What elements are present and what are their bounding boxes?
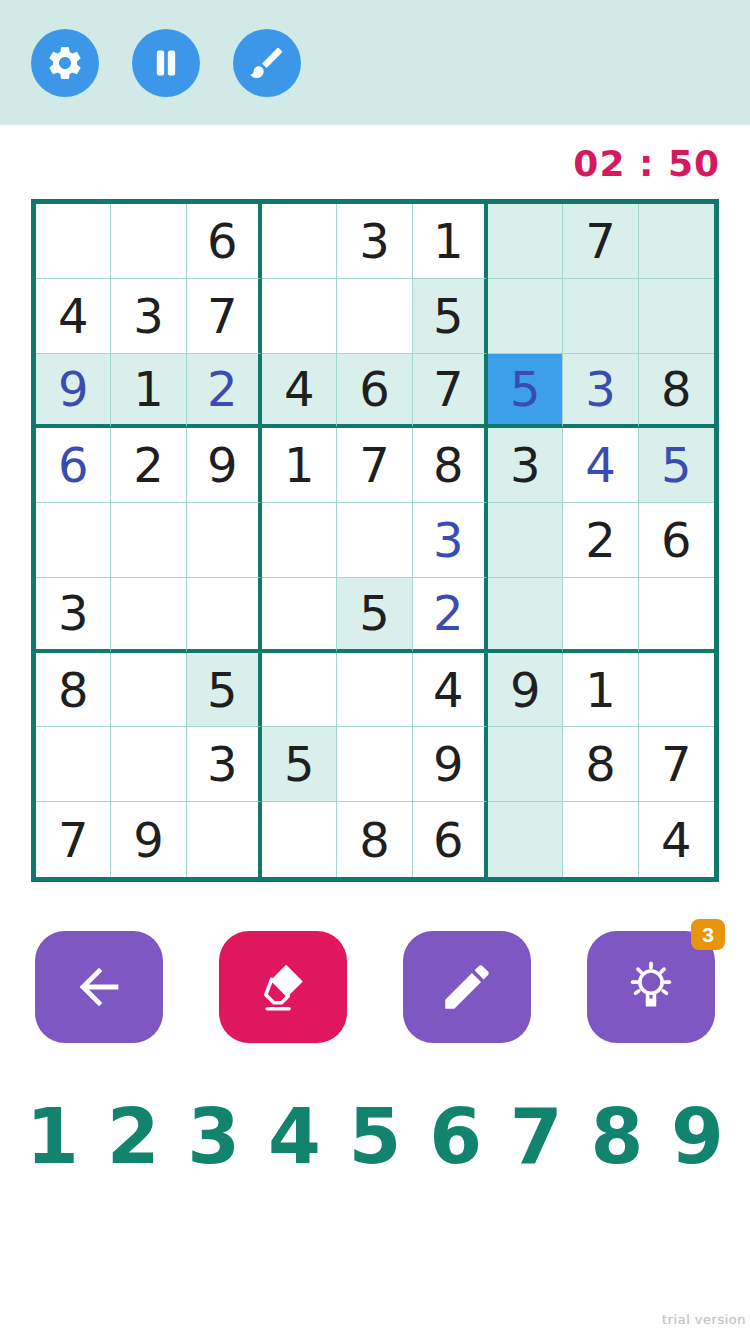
cell-r6c8[interactable] (563, 578, 638, 653)
cell-r6c2[interactable] (111, 578, 186, 653)
numpad-digit-7[interactable]: 7 (510, 1099, 563, 1175)
cell-r6c6[interactable]: 2 (413, 578, 488, 653)
cell-r1c7[interactable] (488, 204, 563, 279)
cell-r8c5[interactable] (337, 727, 412, 802)
cell-r9c3[interactable] (187, 802, 262, 877)
cell-r4c4[interactable]: 1 (262, 428, 337, 503)
cell-r3c6[interactable]: 7 (413, 354, 488, 429)
cell-r9c1[interactable]: 7 (36, 802, 111, 877)
paintbrush-icon (247, 43, 287, 83)
cell-r5c1[interactable] (36, 503, 111, 578)
cell-r5c2[interactable] (111, 503, 186, 578)
cell-r1c5[interactable]: 3 (337, 204, 412, 279)
settings-button[interactable] (31, 29, 99, 97)
cell-r1c8[interactable]: 7 (563, 204, 638, 279)
cell-r2c5[interactable] (337, 279, 412, 354)
lightbulb-icon (622, 958, 680, 1016)
cell-r8c9[interactable]: 7 (639, 727, 714, 802)
cell-r1c4[interactable] (262, 204, 337, 279)
cell-r9c7[interactable] (488, 802, 563, 877)
cell-r2c8[interactable] (563, 279, 638, 354)
cell-r3c1[interactable]: 9 (36, 354, 111, 429)
numpad-digit-4[interactable]: 4 (268, 1099, 321, 1175)
cell-r9c6[interactable]: 6 (413, 802, 488, 877)
cell-r2c7[interactable] (488, 279, 563, 354)
cell-r8c8[interactable]: 8 (563, 727, 638, 802)
cell-r2c6[interactable]: 5 (413, 279, 488, 354)
cell-r6c3[interactable] (187, 578, 262, 653)
cell-r7c8[interactable]: 1 (563, 653, 638, 728)
cell-r5c7[interactable] (488, 503, 563, 578)
cell-r4c8[interactable]: 4 (563, 428, 638, 503)
cell-r3c7[interactable]: 5 (488, 354, 563, 429)
pause-button[interactable] (132, 29, 200, 97)
eraser-icon (254, 958, 312, 1016)
cell-r7c2[interactable] (111, 653, 186, 728)
cell-r2c3[interactable]: 7 (187, 279, 262, 354)
cell-r1c3[interactable]: 6 (187, 204, 262, 279)
action-toolbar: 3 (0, 931, 750, 1043)
eraser-button[interactable] (219, 931, 347, 1043)
cell-r4c6[interactable]: 8 (413, 428, 488, 503)
cell-r9c8[interactable] (563, 802, 638, 877)
hint-count-badge: 3 (691, 919, 725, 950)
cell-r9c4[interactable] (262, 802, 337, 877)
cell-r2c9[interactable] (639, 279, 714, 354)
cell-r7c1[interactable]: 8 (36, 653, 111, 728)
cell-r7c3[interactable]: 5 (187, 653, 262, 728)
cell-r6c9[interactable] (639, 578, 714, 653)
cell-r9c2[interactable]: 9 (111, 802, 186, 877)
cell-r4c2[interactable]: 2 (111, 428, 186, 503)
cell-r3c4[interactable]: 4 (262, 354, 337, 429)
cell-r8c7[interactable] (488, 727, 563, 802)
undo-button[interactable] (35, 931, 163, 1043)
cell-r8c1[interactable] (36, 727, 111, 802)
timer-row: 02 : 50 (0, 125, 750, 199)
cell-r4c5[interactable]: 7 (337, 428, 412, 503)
cell-r5c3[interactable] (187, 503, 262, 578)
topbar (0, 0, 750, 125)
cell-r2c1[interactable]: 4 (36, 279, 111, 354)
cell-r5c8[interactable]: 2 (563, 503, 638, 578)
pencil-icon (438, 958, 496, 1016)
cell-r1c1[interactable] (36, 204, 111, 279)
cell-r8c3[interactable]: 3 (187, 727, 262, 802)
arrow-left-icon (70, 958, 128, 1016)
cell-r5c9[interactable]: 6 (639, 503, 714, 578)
cell-r4c3[interactable]: 9 (187, 428, 262, 503)
cell-r3c8[interactable]: 3 (563, 354, 638, 429)
cell-r7c9[interactable] (639, 653, 714, 728)
cell-r6c7[interactable] (488, 578, 563, 653)
numpad-digit-5[interactable]: 5 (349, 1099, 402, 1175)
cell-r7c6[interactable]: 4 (413, 653, 488, 728)
numpad-digit-8[interactable]: 8 (590, 1099, 643, 1175)
cell-r7c5[interactable] (337, 653, 412, 728)
cell-r9c5[interactable]: 8 (337, 802, 412, 877)
cell-r6c4[interactable] (262, 578, 337, 653)
cell-r1c6[interactable]: 1 (413, 204, 488, 279)
watermark: trial version (662, 1312, 746, 1327)
cell-r5c5[interactable] (337, 503, 412, 578)
cell-r3c3[interactable]: 2 (187, 354, 262, 429)
pause-icon (146, 43, 186, 83)
cell-r8c4[interactable]: 5 (262, 727, 337, 802)
cell-r5c6[interactable]: 3 (413, 503, 488, 578)
cell-r1c9[interactable] (639, 204, 714, 279)
notes-button[interactable] (403, 931, 531, 1043)
numpad-digit-1[interactable]: 1 (26, 1099, 79, 1175)
cell-r4c1[interactable]: 6 (36, 428, 111, 503)
cell-r8c6[interactable]: 9 (413, 727, 488, 802)
numpad-digit-3[interactable]: 3 (187, 1099, 240, 1175)
cell-r2c2[interactable]: 3 (111, 279, 186, 354)
numpad: 123456789 (0, 1099, 750, 1175)
cell-r7c7[interactable]: 9 (488, 653, 563, 728)
cell-r3c2[interactable]: 1 (111, 354, 186, 429)
numpad-digit-2[interactable]: 2 (107, 1099, 160, 1175)
hint-button[interactable]: 3 (587, 931, 715, 1043)
cell-r9c9[interactable]: 4 (639, 802, 714, 877)
sudoku-board: 6317437591246753862917834532635285491359… (31, 199, 719, 882)
cell-r3c9[interactable]: 8 (639, 354, 714, 429)
cell-r4c7[interactable]: 3 (488, 428, 563, 503)
numpad-digit-9[interactable]: 9 (671, 1099, 724, 1175)
cell-r5c4[interactable] (262, 503, 337, 578)
cell-r3c5[interactable]: 6 (337, 354, 412, 429)
cell-r6c1[interactable]: 3 (36, 578, 111, 653)
gear-icon (45, 43, 85, 83)
timer: 02 : 50 (573, 143, 720, 184)
cell-r7c4[interactable] (262, 653, 337, 728)
cell-r4c9[interactable]: 5 (639, 428, 714, 503)
theme-button[interactable] (233, 29, 301, 97)
cell-r2c4[interactable] (262, 279, 337, 354)
cell-r8c2[interactable] (111, 727, 186, 802)
cell-r1c2[interactable] (111, 204, 186, 279)
numpad-digit-6[interactable]: 6 (429, 1099, 482, 1175)
cell-r6c5[interactable]: 5 (337, 578, 412, 653)
